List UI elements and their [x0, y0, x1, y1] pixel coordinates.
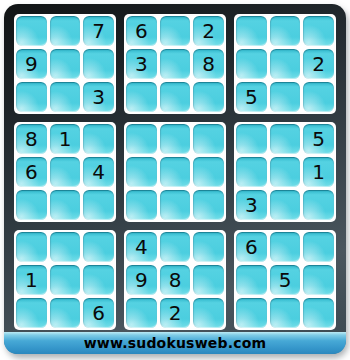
- cell-r7c2[interactable]: [50, 232, 81, 262]
- box-r3c3: 65: [234, 230, 336, 330]
- cell-r6c2[interactable]: [50, 190, 81, 220]
- cell-r4c8[interactable]: [270, 124, 301, 154]
- cell-r1c7[interactable]: [236, 16, 267, 46]
- cell-r3c5[interactable]: [160, 82, 191, 112]
- cell-r7c8[interactable]: [270, 232, 301, 262]
- cell-r5c4[interactable]: [126, 157, 157, 187]
- cell-r1c4[interactable]: 6: [126, 16, 157, 46]
- cell-r2c9[interactable]: 2: [303, 49, 334, 79]
- cell-r9c7[interactable]: [236, 298, 267, 328]
- cell-r1c5[interactable]: [160, 16, 191, 46]
- cell-r4c9[interactable]: 5: [303, 124, 334, 154]
- cell-r2c3[interactable]: [83, 49, 114, 79]
- cell-r6c9[interactable]: [303, 190, 334, 220]
- sudoku-grid: 793623825816451316498265: [14, 14, 336, 330]
- cell-r8c5[interactable]: 8: [160, 265, 191, 295]
- cell-r9c2[interactable]: [50, 298, 81, 328]
- cell-r8c6[interactable]: [193, 265, 224, 295]
- cell-r7c9[interactable]: [303, 232, 334, 262]
- cell-r6c6[interactable]: [193, 190, 224, 220]
- cell-r5c3[interactable]: 4: [83, 157, 114, 187]
- cell-r3c3[interactable]: 3: [83, 82, 114, 112]
- cell-r4c6[interactable]: [193, 124, 224, 154]
- cell-r7c7[interactable]: 6: [236, 232, 267, 262]
- cell-r4c5[interactable]: [160, 124, 191, 154]
- box-r2c3: 513: [234, 122, 336, 222]
- cell-r5c1[interactable]: 6: [16, 157, 47, 187]
- cell-r8c2[interactable]: [50, 265, 81, 295]
- cell-r1c6[interactable]: 2: [193, 16, 224, 46]
- cell-r8c1[interactable]: 1: [16, 265, 47, 295]
- box-r2c1: 8164: [14, 122, 116, 222]
- cell-r6c4[interactable]: [126, 190, 157, 220]
- cell-r1c2[interactable]: [50, 16, 81, 46]
- cell-r9c3[interactable]: 6: [83, 298, 114, 328]
- cell-r1c3[interactable]: 7: [83, 16, 114, 46]
- cell-r5c8[interactable]: [270, 157, 301, 187]
- cell-r8c8[interactable]: 5: [270, 265, 301, 295]
- cell-r5c2[interactable]: [50, 157, 81, 187]
- cell-r5c9[interactable]: 1: [303, 157, 334, 187]
- box-r3c2: 4982: [124, 230, 226, 330]
- cell-r2c1[interactable]: 9: [16, 49, 47, 79]
- cell-r1c9[interactable]: [303, 16, 334, 46]
- cell-r2c6[interactable]: 8: [193, 49, 224, 79]
- cell-r5c5[interactable]: [160, 157, 191, 187]
- cell-r6c3[interactable]: [83, 190, 114, 220]
- cell-r6c8[interactable]: [270, 190, 301, 220]
- cell-r4c4[interactable]: [126, 124, 157, 154]
- cell-r3c8[interactable]: [270, 82, 301, 112]
- cell-r9c6[interactable]: [193, 298, 224, 328]
- cell-r4c1[interactable]: 8: [16, 124, 47, 154]
- cell-r6c1[interactable]: [16, 190, 47, 220]
- cell-r3c6[interactable]: [193, 82, 224, 112]
- footer-banner: www.sudokusweb.com: [4, 332, 346, 354]
- box-r1c3: 25: [234, 14, 336, 114]
- cell-r3c4[interactable]: [126, 82, 157, 112]
- cell-r9c8[interactable]: [270, 298, 301, 328]
- cell-r8c4[interactable]: 9: [126, 265, 157, 295]
- cell-r9c4[interactable]: [126, 298, 157, 328]
- cell-r8c9[interactable]: [303, 265, 334, 295]
- box-r1c2: 6238: [124, 14, 226, 114]
- cell-r7c6[interactable]: [193, 232, 224, 262]
- cell-r1c8[interactable]: [270, 16, 301, 46]
- sudoku-board: 793623825816451316498265 www.sudokusweb.…: [4, 4, 346, 354]
- cell-r7c5[interactable]: [160, 232, 191, 262]
- cell-r2c4[interactable]: 3: [126, 49, 157, 79]
- cell-r7c3[interactable]: [83, 232, 114, 262]
- cell-r2c8[interactable]: [270, 49, 301, 79]
- site-url[interactable]: www.sudokusweb.com: [84, 335, 267, 351]
- cell-r8c3[interactable]: [83, 265, 114, 295]
- cell-r6c7[interactable]: 3: [236, 190, 267, 220]
- cell-r5c7[interactable]: [236, 157, 267, 187]
- cell-r3c9[interactable]: [303, 82, 334, 112]
- box-r1c1: 793: [14, 14, 116, 114]
- cell-r4c3[interactable]: [83, 124, 114, 154]
- cell-r9c9[interactable]: [303, 298, 334, 328]
- cell-r3c7[interactable]: 5: [236, 82, 267, 112]
- cell-r6c5[interactable]: [160, 190, 191, 220]
- cell-r9c1[interactable]: [16, 298, 47, 328]
- cell-r2c2[interactable]: [50, 49, 81, 79]
- cell-r4c2[interactable]: 1: [50, 124, 81, 154]
- cell-r4c7[interactable]: [236, 124, 267, 154]
- cell-r2c7[interactable]: [236, 49, 267, 79]
- cell-r5c6[interactable]: [193, 157, 224, 187]
- cell-r3c1[interactable]: [16, 82, 47, 112]
- cell-r7c1[interactable]: [16, 232, 47, 262]
- cell-r3c2[interactable]: [50, 82, 81, 112]
- box-r2c2: [124, 122, 226, 222]
- box-r3c1: 16: [14, 230, 116, 330]
- cell-r1c1[interactable]: [16, 16, 47, 46]
- cell-r7c4[interactable]: 4: [126, 232, 157, 262]
- cell-r2c5[interactable]: [160, 49, 191, 79]
- cell-r8c7[interactable]: [236, 265, 267, 295]
- cell-r9c5[interactable]: 2: [160, 298, 191, 328]
